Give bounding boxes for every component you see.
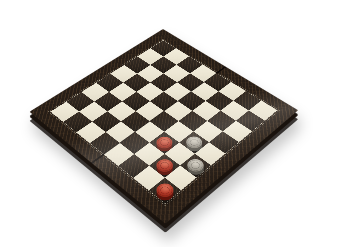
hinge-notch-near xyxy=(91,154,105,164)
hinge-notch-far xyxy=(216,66,227,73)
playing-area xyxy=(50,40,278,204)
photo-canvas xyxy=(0,0,340,247)
checkerboard-grid xyxy=(51,40,277,203)
folding-checkerboard xyxy=(29,29,298,224)
red-checker-piece[interactable] xyxy=(153,181,177,200)
